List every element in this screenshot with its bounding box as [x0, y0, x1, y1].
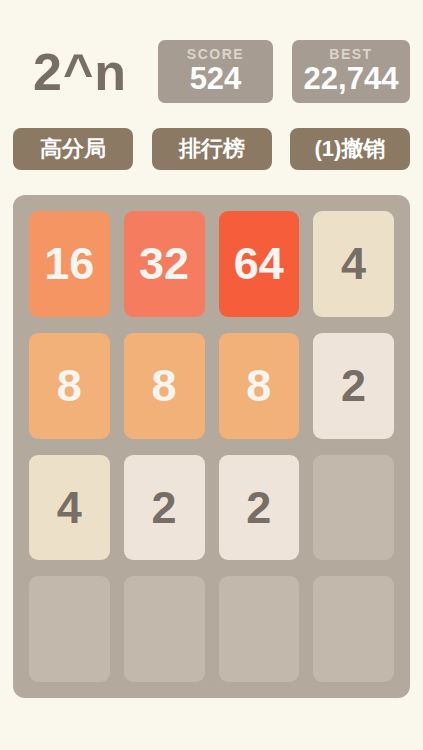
score-box: SCORE 524: [158, 40, 273, 103]
empty-cell-r4c3: [219, 576, 300, 682]
empty-cell-r4c1: [29, 576, 110, 682]
tile-r3c2: 2: [124, 455, 205, 561]
tile-r1c3: 64: [219, 211, 300, 317]
tile-r1c1: 16: [29, 211, 110, 317]
tile-r2c2: 8: [124, 333, 205, 439]
tile-r2c3: 8: [219, 333, 300, 439]
tile-r3c1: 4: [29, 455, 110, 561]
game-board[interactable]: 16 32 64 4 8 8 8 2 4 2 2: [13, 195, 410, 698]
score-label: SCORE: [187, 47, 244, 62]
tile-r3c3: 2: [219, 455, 300, 561]
leaderboard-button[interactable]: 排行榜: [152, 128, 272, 170]
best-box: BEST 22,744: [292, 40, 410, 103]
best-label: BEST: [329, 47, 372, 62]
page-title: 2^n: [33, 46, 127, 98]
best-value: 22,744: [304, 63, 399, 96]
empty-cell-r3c4: [313, 455, 394, 561]
empty-cell-r4c4: [313, 576, 394, 682]
tile-r1c4: 4: [313, 211, 394, 317]
score-value: 524: [190, 63, 242, 96]
empty-cell-r4c2: [124, 576, 205, 682]
tile-r2c4: 2: [313, 333, 394, 439]
undo-button[interactable]: (1)撤销: [290, 128, 410, 170]
highscore-games-button[interactable]: 高分局: [13, 128, 133, 170]
tile-r2c1: 8: [29, 333, 110, 439]
tile-r1c2: 32: [124, 211, 205, 317]
